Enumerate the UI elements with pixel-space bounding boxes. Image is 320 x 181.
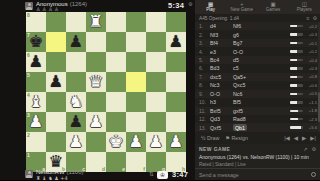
white-move[interactable]: Nc3: [210, 82, 233, 88]
tab-play[interactable]: ▦Play: [195, 0, 226, 14]
piece-white-pawn: ♟: [86, 112, 106, 132]
move-list: 1.d4Nf6+0.22.Nf3g6+0.33.Bf4Bg7+0.14.e3O-…: [195, 22, 320, 132]
square-h6[interactable]: [166, 52, 186, 72]
square-f7[interactable]: [126, 32, 146, 52]
move-number: 13.: [199, 125, 210, 131]
black-move[interactable]: c5: [233, 65, 256, 71]
move-eval: +0.5: [290, 91, 317, 96]
square-h2[interactable]: ♟: [166, 132, 186, 152]
move-number: 2.: [199, 32, 210, 38]
rank-label-1: 1: [27, 153, 30, 158]
top-player-avatar[interactable]: [25, 2, 33, 10]
square-f6[interactable]: [126, 52, 146, 72]
square-e6[interactable]: [106, 52, 126, 72]
square-b5[interactable]: ♟: [46, 72, 66, 92]
rank-label-8: 8: [27, 13, 30, 18]
move-eval: +1.8: [290, 108, 317, 113]
move-row: 4.e3O-O+0.2: [195, 47, 320, 55]
square-h7[interactable]: ♟: [166, 32, 186, 52]
square-e3[interactable]: [106, 112, 126, 132]
move-list-options-icon[interactable]: ≡: [307, 15, 310, 21]
square-c7[interactable]: ♟: [66, 32, 86, 52]
black-move[interactable]: g6: [233, 32, 256, 38]
move-row: 1.d4Nf6+0.2: [195, 22, 320, 30]
square-a8[interactable]: 8: [26, 12, 46, 32]
piece-black-pawn: ♟: [26, 52, 46, 72]
square-c6[interactable]: [66, 52, 86, 72]
piece-white-rook: ♜: [86, 12, 106, 32]
white-move[interactable]: Bf4: [210, 40, 233, 46]
draw-button[interactable]: ½ Draw: [201, 135, 219, 141]
move-eval: +0.6: [290, 83, 317, 88]
piece-black-pawn: ♟: [166, 32, 186, 52]
square-g8[interactable]: [146, 12, 166, 32]
square-e8[interactable]: [106, 12, 126, 32]
black-move[interactable]: Qa5+: [233, 74, 256, 80]
game-type-line: Rated | Standard | Live: [199, 162, 320, 167]
black-move[interactable]: Nf6: [233, 23, 256, 29]
panel-tab-bar: ▦Play+New Game▣Games◫Players: [195, 0, 320, 14]
black-move[interactable]: Qb1: [233, 125, 256, 131]
side-panel: ▦Play+New Game▣Games◫Players A45 Opening…: [195, 0, 320, 180]
tab-label: Players: [297, 8, 312, 13]
tab-label: Play: [206, 8, 215, 13]
move-row: 5.Bc4d5+0.4: [195, 56, 320, 64]
move-navigation: |◀◀▶▶|: [284, 135, 316, 141]
move-row: 6.Bd3c5+0.3: [195, 64, 320, 72]
square-f4[interactable]: [126, 92, 146, 112]
square-d7[interactable]: [86, 32, 106, 52]
move-eval: +0.1: [290, 41, 317, 46]
tab-games[interactable]: ▣Games: [258, 0, 289, 14]
square-d6[interactable]: [86, 52, 106, 72]
playing-as-white-badge: ♔: [157, 171, 168, 180]
opening-name[interactable]: A45 Opening: 1.d4: [199, 16, 307, 21]
piece-white-pawn: ♟: [66, 132, 86, 152]
move-eval: +0.3: [290, 32, 317, 37]
move-eval: +0.2: [290, 49, 317, 54]
white-move[interactable]: h3: [210, 99, 233, 105]
square-b4[interactable]: [46, 92, 66, 112]
opening-header: A45 Opening: 1.d4 ≡ ⚙: [195, 14, 320, 22]
square-e7[interactable]: [106, 32, 126, 52]
square-h3[interactable]: [166, 112, 186, 132]
square-b6[interactable]: [46, 52, 66, 72]
tab-players[interactable]: ◫Players: [289, 0, 320, 14]
white-move[interactable]: O-O: [210, 91, 233, 97]
square-c5[interactable]: [66, 72, 86, 92]
square-c3[interactable]: ♟: [66, 112, 86, 132]
top-player-bar: Anonymous(1264) ♙ ♙ ♙ ♙: [24, 0, 192, 12]
square-f2[interactable]: ♟: [126, 132, 146, 152]
white-move[interactable]: Qd3: [210, 116, 233, 122]
square-f3[interactable]: [126, 112, 146, 132]
square-f8[interactable]: [126, 12, 146, 32]
square-h4[interactable]: [166, 92, 186, 112]
move-list-settings-icon[interactable]: ⚙: [313, 15, 317, 21]
bottom-player-clock: 3:47: [172, 170, 188, 179]
move-number: 6.: [199, 65, 210, 71]
square-c8[interactable]: [66, 12, 86, 32]
bottom-player-captured-pieces: ♜ ♝ ♞ ♟ +4: [36, 176, 68, 181]
square-e2[interactable]: ♚: [106, 132, 126, 152]
square-d4[interactable]: [86, 92, 106, 112]
square-g3[interactable]: [146, 112, 166, 132]
move-number: 10.: [199, 99, 210, 105]
move-number: 12.: [199, 116, 210, 122]
move-number: 3.: [199, 40, 210, 46]
move-row: 11.Bxf5gxf5+1.8: [195, 107, 320, 115]
chat-input[interactable]: Send a message: [199, 172, 311, 178]
move-row: 7.dxc5Qa5++0.8: [195, 73, 320, 81]
chat-emoji-icon[interactable]: [311, 172, 316, 177]
move-row: 12.Qd3Rad8+2.3: [195, 115, 320, 123]
square-c4[interactable]: ♞: [66, 92, 86, 112]
black-move[interactable]: Rad8: [233, 116, 256, 122]
chat-bar: Send a message: [195, 168, 320, 180]
nav-back-button[interactable]: ◀: [294, 135, 298, 141]
piece-white-pawn: ♟: [166, 132, 186, 152]
move-eval: +0.2: [290, 24, 317, 29]
move-eval: +5.6: [290, 125, 317, 130]
new-game-title: NEW GAME: [199, 146, 303, 152]
move-row: 9.O-ONc6+0.5: [195, 90, 320, 98]
square-b7[interactable]: [46, 32, 66, 52]
nav-first-button[interactable]: |◀: [284, 135, 290, 141]
move-row: 2.Nf3g6+0.3: [195, 30, 320, 38]
square-h8[interactable]: [166, 12, 186, 32]
black-move[interactable]: Qxc5: [233, 82, 256, 88]
white-move[interactable]: Bd3: [210, 65, 233, 71]
square-h5[interactable]: [166, 72, 186, 92]
black-move[interactable]: Bg7: [233, 40, 256, 46]
top-player-clock: 5:34: [168, 1, 184, 10]
move-number: 5.: [199, 57, 210, 63]
flip-board-icon[interactable]: ⇅: [149, 171, 154, 177]
square-d8[interactable]: ♜: [86, 12, 106, 32]
move-number: 8.: [199, 82, 210, 88]
piece-white-king: ♚: [106, 132, 126, 152]
top-player-rating: (1264): [70, 1, 87, 7]
piece-black-pawn: ♟: [66, 32, 86, 52]
piece-white-pawn: ♟: [26, 112, 46, 132]
nav-forward-button[interactable]: ▶: [302, 135, 306, 141]
white-move[interactable]: d4: [210, 23, 233, 29]
black-move[interactable]: gxf5: [233, 108, 256, 114]
app-window: Anonymous(1264) ♙ ♙ ♙ ♙ 5:34 ⚙ 8♜7♚♟♟6♟5…: [0, 0, 320, 180]
white-move[interactable]: dxc5: [210, 74, 233, 80]
square-g2[interactable]: ♟: [146, 132, 166, 152]
move-eval: +1.1: [290, 100, 317, 105]
move-row: 10.h3Bf5+1.1: [195, 98, 320, 106]
square-d2[interactable]: [86, 132, 106, 152]
square-c2[interactable]: ♟: [66, 132, 86, 152]
white-move[interactable]: Nf3: [210, 32, 233, 38]
tab-label: Games: [266, 8, 281, 13]
white-move[interactable]: e3: [210, 49, 233, 55]
square-d5[interactable]: ♛: [86, 72, 106, 92]
chess-board[interactable]: 8♜7♚♟♟6♟5♟♛4♝♞3♟♟♟2♟♚♟♟♟1ab♛cdefgh: [26, 12, 186, 172]
square-d3[interactable]: ♟: [86, 112, 106, 132]
square-g6[interactable]: [146, 52, 166, 72]
piece-white-queen: ♛: [86, 72, 106, 92]
piece-white-knight: ♞: [66, 92, 86, 112]
tab-label: New Game: [231, 8, 254, 13]
move-eval: +0.4: [290, 58, 317, 63]
matchup-line: Anonymous (1264) vs. NelsonRW (1100) | 1…: [199, 154, 320, 160]
nav-last-button[interactable]: ▶|: [310, 135, 316, 141]
resign-button[interactable]: ⚑ Resign: [225, 135, 248, 141]
square-b2[interactable]: [46, 132, 66, 152]
new-game-section: NEW GAME ↗ ⚙ Anonymous (1264) vs. Nelson…: [195, 146, 320, 167]
square-a7[interactable]: 7♚: [26, 32, 46, 52]
black-move[interactable]: O-O: [233, 49, 256, 55]
square-g4[interactable]: [146, 92, 166, 112]
rank-label-2: 2: [27, 133, 30, 138]
square-a2[interactable]: 2: [26, 132, 46, 152]
square-b8[interactable]: [46, 12, 66, 32]
challenge-settings-icon[interactable]: ⚙: [312, 146, 316, 152]
square-b3[interactable]: [46, 112, 66, 132]
white-move[interactable]: Qxf5: [210, 125, 233, 131]
move-eval: +0.8: [290, 74, 317, 79]
black-move[interactable]: d5: [233, 57, 256, 63]
piece-black-pawn: ♟: [66, 112, 86, 132]
piece-white-pawn: ♟: [126, 132, 146, 152]
rank-label-5: 5: [27, 73, 30, 78]
move-number: 9.: [199, 91, 210, 97]
move-number: 11.: [199, 108, 210, 114]
square-a3[interactable]: 3♟: [26, 112, 46, 132]
square-a6[interactable]: 6♟: [26, 52, 46, 72]
move-eval: +2.3: [290, 117, 317, 122]
square-f5[interactable]: [126, 72, 146, 92]
tab-new-game[interactable]: +New Game: [226, 0, 257, 14]
move-number: 4.: [199, 49, 210, 55]
move-row: 8.Nc3Qxc5+0.6: [195, 81, 320, 89]
square-g5[interactable]: [146, 72, 166, 92]
piece-white-bishop: ♝: [26, 92, 46, 112]
white-move[interactable]: Bc4: [210, 57, 233, 63]
move-number: 7.: [199, 74, 210, 80]
share-icon[interactable]: ↗: [303, 146, 307, 152]
square-e4[interactable]: [106, 92, 126, 112]
move-number: 1.: [199, 23, 210, 29]
piece-white-pawn: ♟: [146, 132, 166, 152]
bottom-player-rating: (1100): [67, 169, 84, 175]
black-move[interactable]: Bf5: [233, 99, 256, 105]
square-e5[interactable]: [106, 72, 126, 92]
black-move[interactable]: Nc6: [233, 91, 256, 97]
square-a5[interactable]: 5: [26, 72, 46, 92]
move-eval: +0.3: [290, 66, 317, 71]
bottom-player-avatar[interactable]: [25, 170, 33, 178]
white-move[interactable]: Bxf5: [210, 108, 233, 114]
settings-gear-icon[interactable]: ⚙: [188, 1, 192, 7]
piece-black-pawn: ♟: [46, 72, 66, 92]
game-controls: ½ Draw ⚑ Resign |◀◀▶▶|: [195, 132, 320, 144]
square-a4[interactable]: 4♝: [26, 92, 46, 112]
move-row: 13.Qxf5Qb1+5.6: [195, 123, 320, 131]
move-row: 3.Bf4Bg7+0.1: [195, 39, 320, 47]
piece-black-king: ♚: [26, 32, 46, 52]
square-g7[interactable]: [146, 32, 166, 52]
